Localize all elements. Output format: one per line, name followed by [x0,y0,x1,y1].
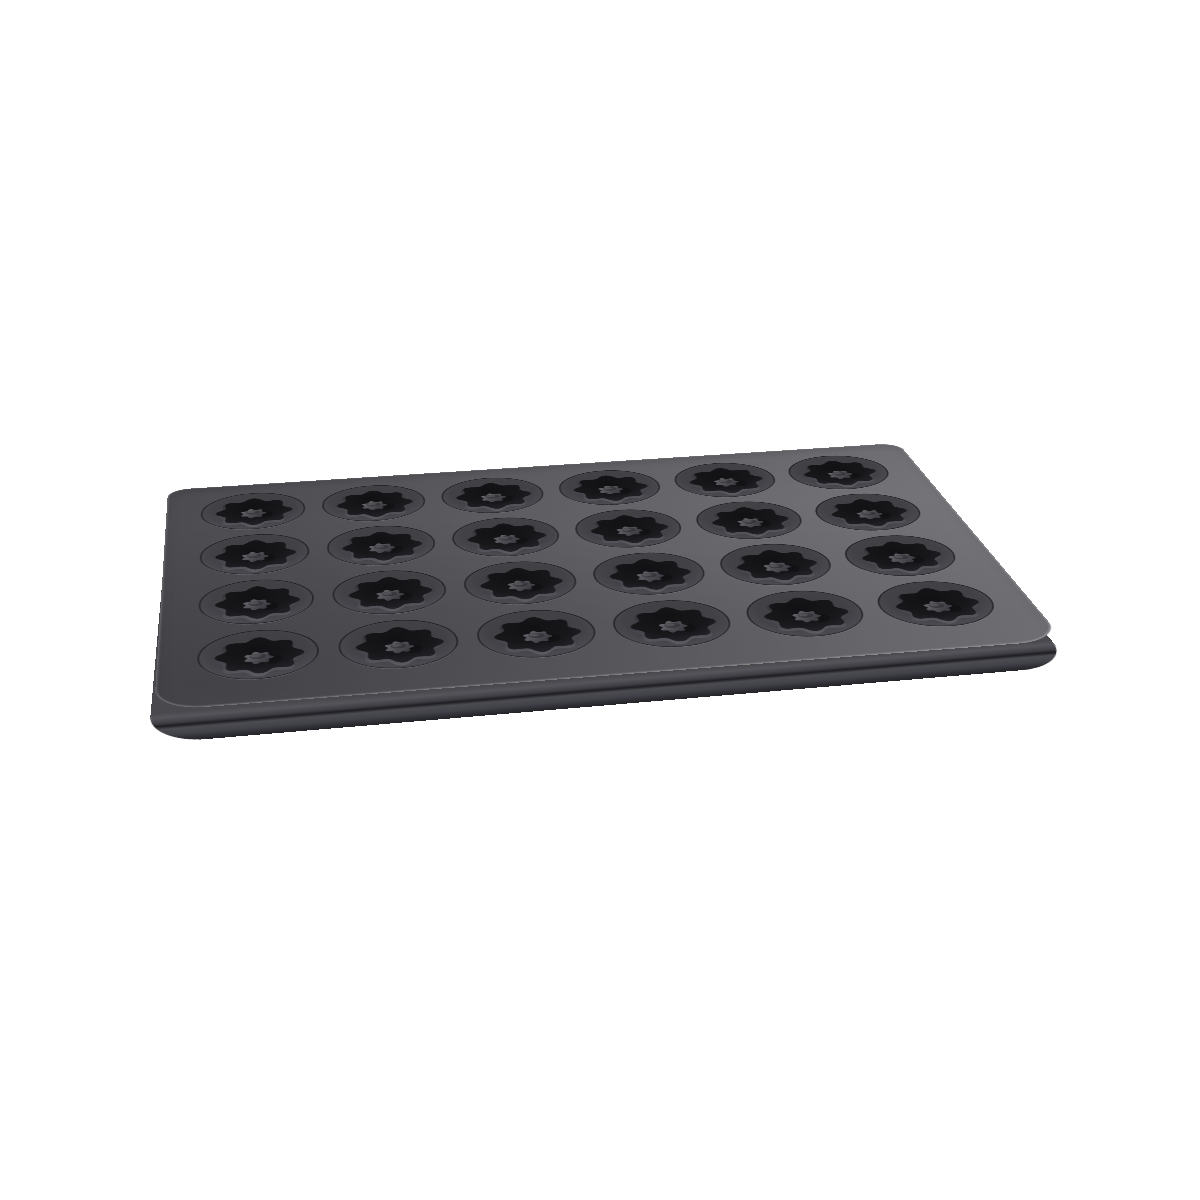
cavity-graphic [326,613,475,678]
cavity-graphic [186,623,332,689]
cavity-graphic [595,594,754,657]
product-photo [0,0,1200,1200]
pan-cavity [595,594,754,657]
pan-cavity [186,623,332,689]
cavity-graphic [461,603,615,667]
pan-cavity [461,603,615,667]
pan-cavity [326,613,475,678]
